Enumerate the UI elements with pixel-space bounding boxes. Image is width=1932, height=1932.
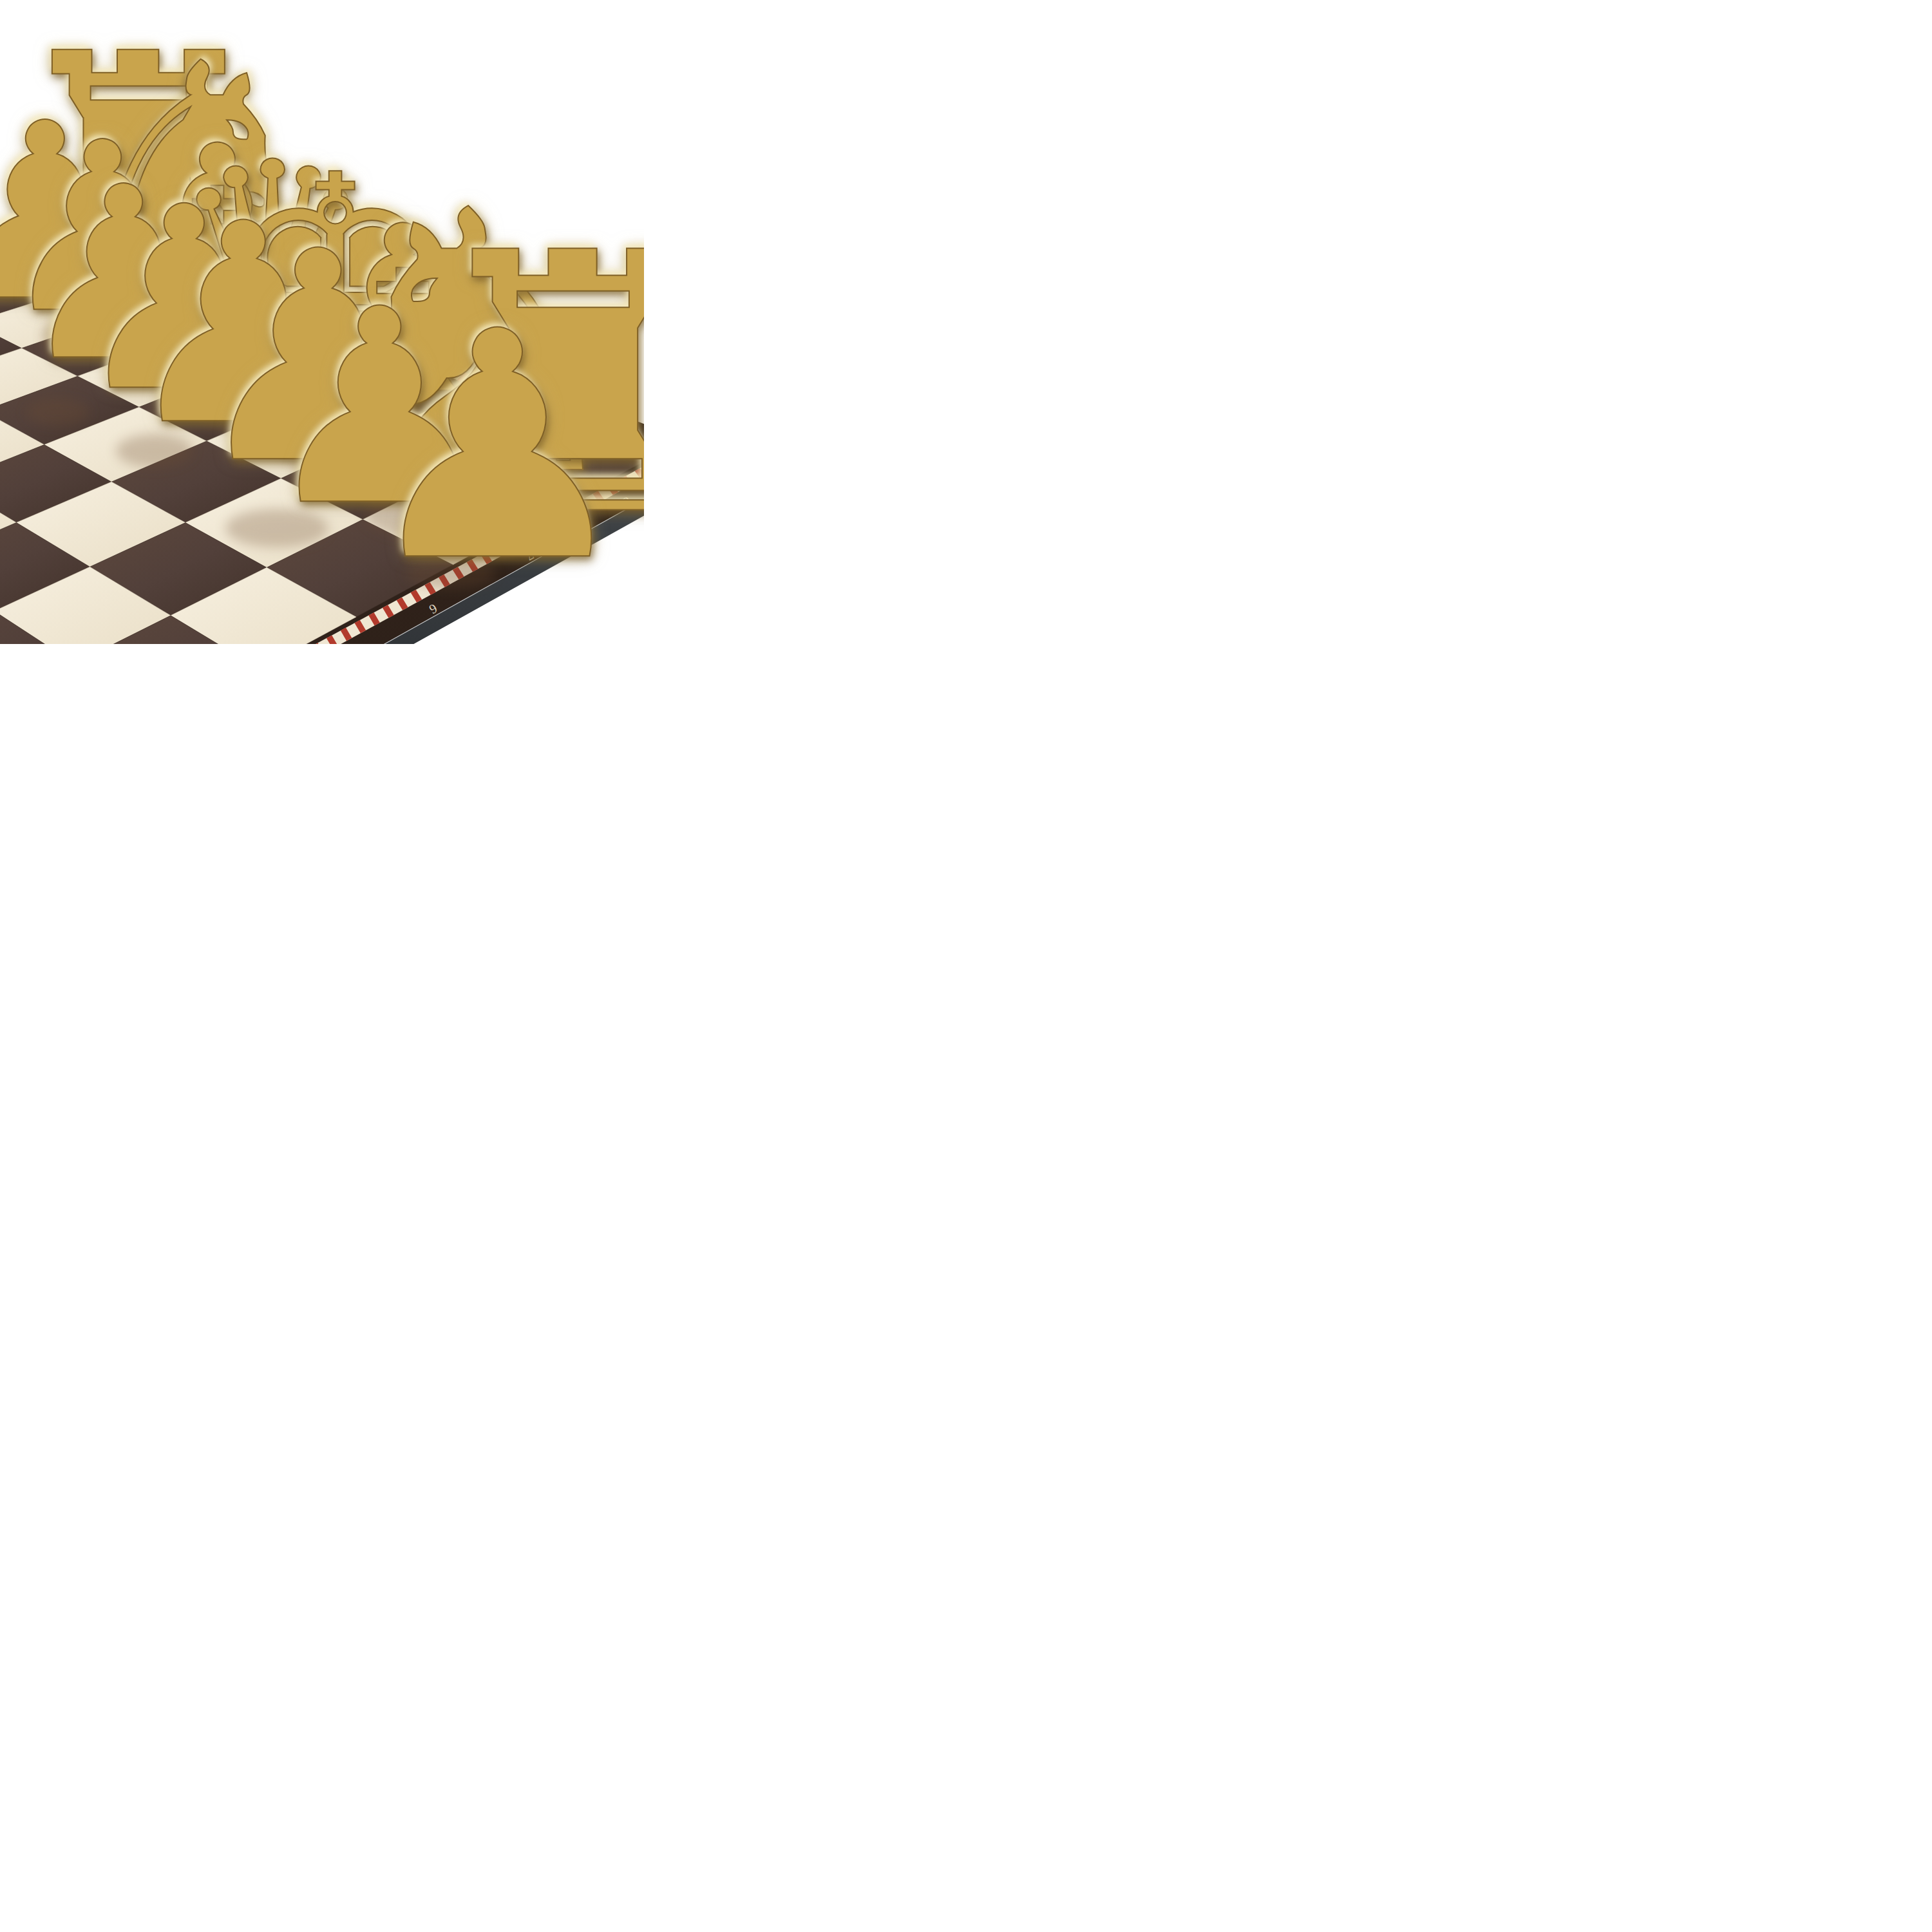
piece-h7-pawn[interactable]: ♟ [341, 290, 644, 604]
photo-stage: abcdefgh87654321 ♜♞♟♝♟♛♚♟♟♝♟♟♞♟♜♟ [0, 0, 644, 644]
